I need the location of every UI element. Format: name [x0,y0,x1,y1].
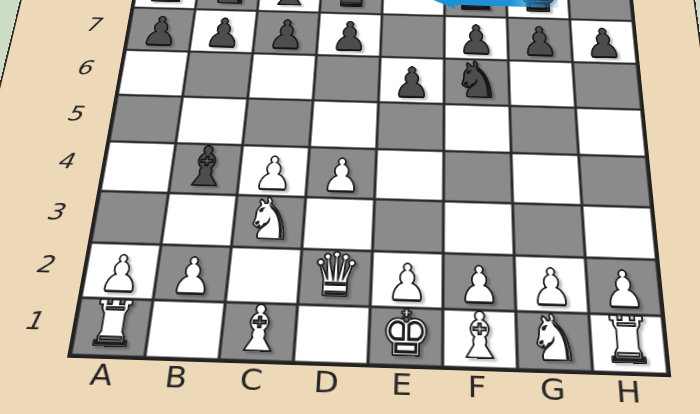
square-h1[interactable]: ♜ [589,313,668,374]
square-d5[interactable] [310,100,379,149]
file-label-b: B [135,358,216,403]
square-f8[interactable]: ♜ [445,0,508,17]
piece-black-pawn-g7[interactable]: ♟ [521,22,559,62]
piece-black-pawn-d7[interactable]: ♟ [330,17,368,57]
square-f6[interactable]: ♞ [444,59,510,106]
square-d6[interactable] [313,55,380,102]
square-f4[interactable] [444,151,513,203]
square-g8[interactable]: ♚ [506,0,570,19]
piece-black-bishop-b4[interactable]: ♝ [179,139,233,194]
square-c6[interactable] [248,53,317,100]
square-c1[interactable]: ♝ [219,302,298,362]
chess-board: ♜♞♝♛♜♚♟♟♟♟♟♟♟♟♞♝♟♟♞♟♟♛♟♟♟♟♜♝♚♝♞♜ [67,0,671,377]
piece-white-pawn-b2[interactable]: ♟ [168,251,215,302]
rank-label-5: 5 [49,101,101,125]
piece-black-knight-b8[interactable]: ♞ [205,0,253,10]
file-label-e: E [363,365,440,411]
square-b3[interactable] [161,193,237,247]
square-b7[interactable]: ♟ [189,9,257,53]
square-g1[interactable]: ♞ [516,311,593,372]
rank-label-6: 6 [59,56,110,79]
square-g5[interactable] [510,106,579,155]
rank-label-1: 1 [4,305,62,335]
square-b6[interactable] [183,52,253,99]
file-label-d: D [287,363,365,408]
piece-black-bishop-c8[interactable]: ♝ [267,0,314,12]
square-f3[interactable] [443,201,514,256]
piece-black-king-g8[interactable]: ♚ [515,0,560,19]
square-c8[interactable]: ♝ [257,0,322,12]
square-d7[interactable]: ♟ [316,12,382,57]
square-b4[interactable]: ♝ [169,143,243,194]
rank-label-3: 3 [27,198,82,225]
piece-white-king-e1[interactable]: ♚ [379,301,432,366]
square-g6[interactable] [508,60,575,107]
piece-white-knight-c3[interactable]: ♞ [242,190,296,248]
square-a7[interactable]: ♟ [126,7,196,51]
square-e6[interactable]: ♟ [378,57,444,104]
piece-black-pawn-c7[interactable]: ♟ [266,15,306,54]
square-b1[interactable] [145,299,226,359]
square-a3[interactable] [91,191,169,245]
square-d8[interactable]: ♛ [320,0,384,14]
rank-label-2: 2 [16,250,73,279]
square-d1[interactable] [293,304,370,365]
square-f5[interactable] [444,104,511,153]
square-h3[interactable] [582,205,657,260]
square-e5[interactable] [377,102,444,151]
piece-white-bishop-f1[interactable]: ♝ [454,304,506,369]
piece-white-rook-a1[interactable]: ♜ [82,292,143,357]
square-c5[interactable] [243,98,313,147]
piece-black-pawn-a7[interactable]: ♟ [139,12,181,51]
square-a6[interactable] [118,50,190,96]
piece-white-rook-h1[interactable]: ♜ [600,308,657,374]
piece-black-knight-f6[interactable]: ♞ [454,55,500,105]
piece-white-knight-g1[interactable]: ♞ [527,306,582,372]
square-a4[interactable] [100,141,176,192]
piece-white-bishop-c1[interactable]: ♝ [230,297,287,362]
square-c7[interactable]: ♟ [253,11,320,55]
square-a8[interactable]: ♜ [133,0,201,9]
square-h5[interactable] [576,107,647,156]
square-e3[interactable] [372,199,443,253]
square-c3[interactable]: ♞ [231,195,305,249]
piece-black-pawn-b7[interactable]: ♟ [203,14,244,53]
board-frame: ♜♞♝♛♜♚♟♟♟♟♟♟♟♟♞♝♟♟♞♟♟♛♟♟♟♟♜♝♚♝♞♜ ABCDEFG… [0,0,700,414]
file-label-g: G [514,370,592,414]
square-f1[interactable]: ♝ [443,309,518,370]
square-h4[interactable] [579,155,652,207]
file-label-a: A [60,356,142,401]
square-d2[interactable]: ♛ [298,249,373,306]
square-h8[interactable] [567,0,632,21]
file-label-f: F [439,368,515,414]
square-g4[interactable] [511,153,582,205]
square-e7[interactable] [380,14,444,59]
piece-black-pawn-h7[interactable]: ♟ [584,24,624,64]
square-a1[interactable]: ♜ [71,297,153,357]
piece-white-pawn-d4[interactable]: ♟ [320,152,362,198]
piece-black-rook-f8[interactable]: ♜ [454,0,498,17]
square-g7[interactable]: ♟ [507,17,573,62]
file-label-c: C [211,361,290,406]
square-b2[interactable]: ♟ [153,245,231,302]
piece-black-rook-a8[interactable]: ♜ [143,0,193,9]
square-h6[interactable] [573,62,642,109]
square-d4[interactable]: ♟ [306,147,377,199]
piece-white-queen-d2[interactable]: ♛ [309,244,362,306]
piece-black-pawn-e6[interactable]: ♟ [392,62,430,104]
square-e4[interactable] [375,149,444,201]
rank-label-7: 7 [68,13,117,35]
rank-label-4: 4 [38,148,91,174]
file-label-h: H [590,373,670,414]
square-b8[interactable]: ♞ [195,0,262,11]
square-a5[interactable] [109,94,182,143]
square-g3[interactable] [513,203,586,258]
square-e1[interactable]: ♚ [368,306,443,367]
square-h7[interactable]: ♟ [570,19,637,64]
piece-black-queen-d8[interactable]: ♛ [329,0,375,14]
